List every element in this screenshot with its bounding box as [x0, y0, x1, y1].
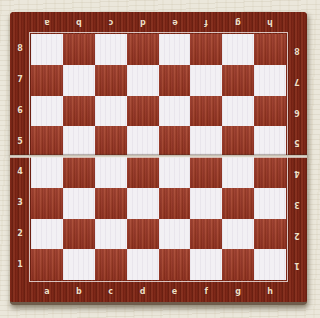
square-h2[interactable]	[254, 219, 286, 250]
square-b8[interactable]	[63, 34, 95, 65]
square-d3[interactable]	[127, 188, 159, 219]
file-labels-bottom: abcdefgh	[31, 281, 286, 302]
file-label-c: c	[95, 12, 127, 33]
chessboard-grid	[31, 34, 286, 280]
square-f6[interactable]	[190, 96, 222, 127]
square-f2[interactable]	[190, 219, 222, 250]
square-b5[interactable]	[63, 126, 95, 157]
square-d1[interactable]	[127, 249, 159, 280]
rank-label-3: 3	[10, 188, 30, 219]
file-label-h: h	[254, 12, 286, 33]
square-a1[interactable]	[31, 249, 63, 280]
rank-label-2: 2	[10, 219, 30, 250]
square-e2[interactable]	[159, 219, 191, 250]
square-f4[interactable]	[190, 157, 222, 188]
rank-label-3: 3	[287, 188, 307, 219]
file-label-a: a	[31, 12, 63, 33]
square-a5[interactable]	[31, 126, 63, 157]
rank-labels-right: 87654321	[287, 34, 307, 280]
file-label-g: g	[222, 12, 254, 33]
square-e8[interactable]	[159, 34, 191, 65]
file-label-c: c	[95, 281, 127, 302]
square-a4[interactable]	[31, 157, 63, 188]
rank-label-6: 6	[287, 96, 307, 127]
square-h5[interactable]	[254, 126, 286, 157]
square-f5[interactable]	[190, 126, 222, 157]
square-h8[interactable]	[254, 34, 286, 65]
square-e3[interactable]	[159, 188, 191, 219]
square-c3[interactable]	[95, 188, 127, 219]
square-e5[interactable]	[159, 126, 191, 157]
square-d4[interactable]	[127, 157, 159, 188]
rank-label-4: 4	[287, 157, 307, 188]
square-g5[interactable]	[222, 126, 254, 157]
square-g7[interactable]	[222, 65, 254, 96]
square-h1[interactable]	[254, 249, 286, 280]
rank-label-1: 1	[10, 249, 30, 280]
square-a8[interactable]	[31, 34, 63, 65]
file-label-f: f	[190, 12, 222, 33]
square-d6[interactable]	[127, 96, 159, 127]
file-label-e: e	[159, 12, 191, 33]
square-g8[interactable]	[222, 34, 254, 65]
square-a3[interactable]	[31, 188, 63, 219]
rank-label-7: 7	[287, 65, 307, 96]
square-c5[interactable]	[95, 126, 127, 157]
square-d7[interactable]	[127, 65, 159, 96]
square-g1[interactable]	[222, 249, 254, 280]
square-h3[interactable]	[254, 188, 286, 219]
square-g4[interactable]	[222, 157, 254, 188]
square-h4[interactable]	[254, 157, 286, 188]
square-h6[interactable]	[254, 96, 286, 127]
square-g2[interactable]	[222, 219, 254, 250]
rank-label-7: 7	[10, 65, 30, 96]
file-label-b: b	[63, 12, 95, 33]
square-g3[interactable]	[222, 188, 254, 219]
square-b4[interactable]	[63, 157, 95, 188]
file-label-a: a	[31, 281, 63, 302]
table-surface: abcdefgh abcdefgh 87654321 87654321	[0, 0, 320, 318]
file-labels-top: abcdefgh	[31, 12, 286, 33]
rank-label-5: 5	[287, 126, 307, 157]
square-a6[interactable]	[31, 96, 63, 127]
square-c7[interactable]	[95, 65, 127, 96]
file-label-e: e	[159, 281, 191, 302]
file-label-d: d	[127, 281, 159, 302]
square-e1[interactable]	[159, 249, 191, 280]
square-e4[interactable]	[159, 157, 191, 188]
rank-labels-left: 87654321	[10, 34, 30, 280]
square-c2[interactable]	[95, 219, 127, 250]
square-c6[interactable]	[95, 96, 127, 127]
rank-label-1: 1	[287, 249, 307, 280]
square-c4[interactable]	[95, 157, 127, 188]
square-c1[interactable]	[95, 249, 127, 280]
chessboard: abcdefgh abcdefgh 87654321 87654321	[10, 12, 307, 305]
square-d8[interactable]	[127, 34, 159, 65]
square-f1[interactable]	[190, 249, 222, 280]
square-g6[interactable]	[222, 96, 254, 127]
square-b7[interactable]	[63, 65, 95, 96]
rank-label-5: 5	[10, 126, 30, 157]
square-b3[interactable]	[63, 188, 95, 219]
square-f3[interactable]	[190, 188, 222, 219]
file-label-f: f	[190, 281, 222, 302]
rank-label-2: 2	[287, 219, 307, 250]
square-b2[interactable]	[63, 219, 95, 250]
rank-label-6: 6	[10, 96, 30, 127]
square-e6[interactable]	[159, 96, 191, 127]
rank-label-8: 8	[10, 34, 30, 65]
square-a7[interactable]	[31, 65, 63, 96]
square-f7[interactable]	[190, 65, 222, 96]
square-a2[interactable]	[31, 219, 63, 250]
square-d2[interactable]	[127, 219, 159, 250]
file-label-g: g	[222, 281, 254, 302]
square-f8[interactable]	[190, 34, 222, 65]
rank-label-8: 8	[287, 34, 307, 65]
square-e7[interactable]	[159, 65, 191, 96]
square-c8[interactable]	[95, 34, 127, 65]
file-label-d: d	[127, 12, 159, 33]
square-b1[interactable]	[63, 249, 95, 280]
rank-label-4: 4	[10, 157, 30, 188]
file-label-b: b	[63, 281, 95, 302]
square-b6[interactable]	[63, 96, 95, 127]
file-label-h: h	[254, 281, 286, 302]
square-d5[interactable]	[127, 126, 159, 157]
square-h7[interactable]	[254, 65, 286, 96]
